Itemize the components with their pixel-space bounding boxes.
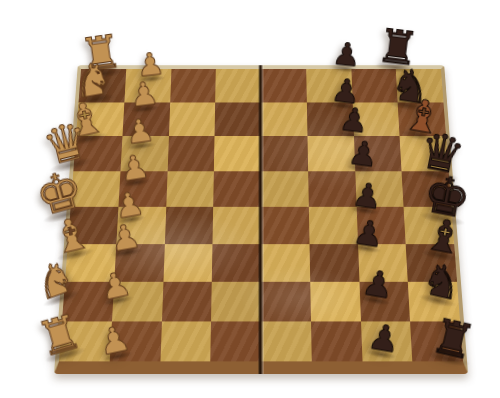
- piece-black-pawn-d7[interactable]: ♟: [346, 135, 380, 172]
- square-g5[interactable]: [261, 282, 311, 321]
- board-fold-seam: [259, 65, 264, 374]
- square-b3[interactable]: [168, 102, 215, 136]
- square-h3[interactable]: [160, 321, 211, 361]
- piece-white-pawn-c2[interactable]: ♟: [123, 113, 156, 149]
- piece-black-pawn-a7[interactable]: ♟: [331, 38, 362, 72]
- square-c3[interactable]: [167, 136, 215, 171]
- square-h5[interactable]: [261, 321, 312, 361]
- square-b4[interactable]: [215, 102, 261, 136]
- chess-set-photo: ♜♞♝♛♚♝♞♜♟♟♟♟♟♟♟♟♟♟♟♟♟♟♟♟♜♞♝♛♚♝♞♜: [0, 0, 500, 398]
- piece-white-pawn-d2[interactable]: ♟: [117, 149, 151, 186]
- square-a4[interactable]: [215, 69, 261, 102]
- square-d5[interactable]: [261, 171, 309, 207]
- square-a3[interactable]: [170, 69, 216, 102]
- piece-white-pawn-b2[interactable]: ♟: [128, 76, 160, 111]
- square-e5[interactable]: [261, 207, 309, 244]
- square-c4[interactable]: [214, 136, 261, 171]
- piece-black-pawn-g7[interactable]: ♟: [360, 265, 397, 305]
- square-h6[interactable]: [311, 321, 362, 361]
- square-b5[interactable]: [261, 102, 307, 136]
- square-d4[interactable]: [213, 171, 261, 207]
- piece-white-pawn-f2[interactable]: ♟: [107, 218, 143, 257]
- square-c5[interactable]: [261, 136, 308, 171]
- square-g4[interactable]: [211, 282, 261, 321]
- square-f4[interactable]: [212, 244, 261, 282]
- piece-black-pawn-f7[interactable]: ♟: [351, 214, 386, 252]
- square-d6[interactable]: [308, 171, 356, 207]
- piece-black-rook-h8[interactable]: ♜: [427, 310, 480, 366]
- piece-black-pawn-e7[interactable]: ♟: [350, 177, 384, 214]
- square-d3[interactable]: [166, 171, 214, 207]
- square-e3[interactable]: [164, 207, 213, 244]
- piece-black-pawn-h7[interactable]: ♟: [366, 319, 403, 359]
- square-f3[interactable]: [163, 244, 213, 282]
- square-f5[interactable]: [261, 244, 310, 282]
- square-h4[interactable]: [210, 321, 261, 361]
- square-g6[interactable]: [310, 282, 360, 321]
- square-a5[interactable]: [261, 69, 307, 102]
- square-e4[interactable]: [213, 207, 261, 244]
- square-g3[interactable]: [162, 282, 212, 321]
